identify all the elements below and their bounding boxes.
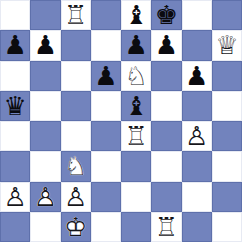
- square-e5[interactable]: ♝: [121, 91, 151, 121]
- piece-outline-layer: ♔: [61, 212, 91, 242]
- square-h8[interactable]: [212, 0, 242, 30]
- square-f8[interactable]: ♚: [151, 0, 181, 30]
- piece-outline-layer: ♕: [212, 30, 242, 60]
- piece-white-pawn[interactable]: ♟♙: [182, 121, 212, 151]
- piece-black-bishop[interactable]: ♝: [121, 91, 151, 121]
- square-a7[interactable]: ♟: [0, 30, 30, 60]
- piece-black-pawn[interactable]: ♟: [30, 30, 60, 60]
- square-f6[interactable]: [151, 61, 181, 91]
- piece-black-bishop[interactable]: ♝: [121, 0, 151, 30]
- piece-black-king[interactable]: ♚: [151, 0, 181, 30]
- piece-black-queen[interactable]: ♛: [0, 91, 30, 121]
- square-a6[interactable]: [0, 61, 30, 91]
- square-f3[interactable]: [151, 151, 181, 181]
- square-c7[interactable]: [61, 30, 91, 60]
- square-f1[interactable]: ♜♖: [151, 212, 181, 242]
- square-d1[interactable]: [91, 212, 121, 242]
- piece-outline-layer: ♙: [61, 182, 91, 212]
- square-g5[interactable]: [182, 91, 212, 121]
- square-c3[interactable]: ♞♘: [61, 151, 91, 181]
- square-b6[interactable]: [30, 61, 60, 91]
- piece-white-rook[interactable]: ♜♖: [151, 212, 181, 242]
- square-h3[interactable]: [212, 151, 242, 181]
- piece-black-pawn[interactable]: ♟: [121, 30, 151, 60]
- chess-board-container: ♜♖♝♚♟♟♟♟♛♕♟♞♘♟♛♝♜♖♟♙♞♘♟♙♟♙♟♙♚♔♜♖: [0, 0, 242, 242]
- piece-white-pawn[interactable]: ♟♙: [61, 182, 91, 212]
- square-c5[interactable]: [61, 91, 91, 121]
- square-e1[interactable]: [121, 212, 151, 242]
- piece-black-pawn[interactable]: ♟: [0, 30, 30, 60]
- piece-outline-layer: ♖: [151, 212, 181, 242]
- piece-outline-layer: ♘: [61, 151, 91, 181]
- square-c6[interactable]: [61, 61, 91, 91]
- square-h4[interactable]: [212, 121, 242, 151]
- square-h7[interactable]: ♛♕: [212, 30, 242, 60]
- piece-white-rook[interactable]: ♜♖: [61, 0, 91, 30]
- square-d8[interactable]: [91, 0, 121, 30]
- piece-white-pawn[interactable]: ♟♙: [0, 182, 30, 212]
- piece-white-knight[interactable]: ♞♘: [61, 151, 91, 181]
- square-e7[interactable]: ♟: [121, 30, 151, 60]
- piece-white-queen[interactable]: ♛♕: [212, 30, 242, 60]
- square-b2[interactable]: ♟♙: [30, 182, 60, 212]
- square-g4[interactable]: ♟♙: [182, 121, 212, 151]
- square-b5[interactable]: [30, 91, 60, 121]
- square-f4[interactable]: [151, 121, 181, 151]
- piece-black-pawn[interactable]: ♟: [91, 61, 121, 91]
- square-b3[interactable]: [30, 151, 60, 181]
- square-e6[interactable]: ♞♘: [121, 61, 151, 91]
- piece-white-rook[interactable]: ♜♖: [121, 121, 151, 151]
- square-g3[interactable]: [182, 151, 212, 181]
- piece-black-pawn[interactable]: ♟: [182, 61, 212, 91]
- square-a2[interactable]: ♟♙: [0, 182, 30, 212]
- square-b8[interactable]: [30, 0, 60, 30]
- piece-white-king[interactable]: ♚♔: [61, 212, 91, 242]
- square-c8[interactable]: ♜♖: [61, 0, 91, 30]
- square-d5[interactable]: [91, 91, 121, 121]
- square-d2[interactable]: [91, 182, 121, 212]
- square-c1[interactable]: ♚♔: [61, 212, 91, 242]
- piece-outline-layer: ♙: [182, 121, 212, 151]
- square-a5[interactable]: ♛: [0, 91, 30, 121]
- square-d4[interactable]: [91, 121, 121, 151]
- chess-board: ♜♖♝♚♟♟♟♟♛♕♟♞♘♟♛♝♜♖♟♙♞♘♟♙♟♙♟♙♚♔♜♖: [0, 0, 242, 242]
- square-h2[interactable]: [212, 182, 242, 212]
- square-a8[interactable]: [0, 0, 30, 30]
- piece-white-pawn[interactable]: ♟♙: [30, 182, 60, 212]
- square-d6[interactable]: ♟: [91, 61, 121, 91]
- square-g6[interactable]: ♟: [182, 61, 212, 91]
- square-h6[interactable]: [212, 61, 242, 91]
- square-f7[interactable]: ♟: [151, 30, 181, 60]
- piece-outline-layer: ♖: [121, 121, 151, 151]
- square-f2[interactable]: [151, 182, 181, 212]
- square-h5[interactable]: [212, 91, 242, 121]
- square-g7[interactable]: [182, 30, 212, 60]
- piece-outline-layer: ♙: [30, 182, 60, 212]
- piece-white-knight[interactable]: ♞♘: [121, 61, 151, 91]
- square-d7[interactable]: [91, 30, 121, 60]
- square-a4[interactable]: [0, 121, 30, 151]
- square-b7[interactable]: ♟: [30, 30, 60, 60]
- square-b1[interactable]: [30, 212, 60, 242]
- square-e2[interactable]: [121, 182, 151, 212]
- square-h1[interactable]: [212, 212, 242, 242]
- square-g2[interactable]: [182, 182, 212, 212]
- square-e3[interactable]: [121, 151, 151, 181]
- piece-outline-layer: ♙: [0, 182, 30, 212]
- piece-black-pawn[interactable]: ♟: [151, 30, 181, 60]
- square-e4[interactable]: ♜♖: [121, 121, 151, 151]
- square-f5[interactable]: [151, 91, 181, 121]
- square-a1[interactable]: [0, 212, 30, 242]
- square-e8[interactable]: ♝: [121, 0, 151, 30]
- square-b4[interactable]: [30, 121, 60, 151]
- square-g1[interactable]: [182, 212, 212, 242]
- square-g8[interactable]: [182, 0, 212, 30]
- square-c4[interactable]: [61, 121, 91, 151]
- piece-outline-layer: ♖: [61, 0, 91, 30]
- piece-outline-layer: ♘: [121, 61, 151, 91]
- square-a3[interactable]: [0, 151, 30, 181]
- square-d3[interactable]: [91, 151, 121, 181]
- square-c2[interactable]: ♟♙: [61, 182, 91, 212]
